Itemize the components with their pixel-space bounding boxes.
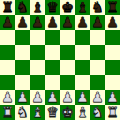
square-a3[interactable] bbox=[0, 75, 15, 90]
square-d3[interactable] bbox=[45, 75, 60, 90]
square-e8[interactable]: ♚ bbox=[60, 0, 75, 15]
square-d7[interactable]: ♟ bbox=[45, 15, 60, 30]
square-d5[interactable] bbox=[45, 45, 60, 60]
black-queen[interactable]: ♛ bbox=[46, 0, 59, 15]
white-rook[interactable]: ♜ bbox=[106, 105, 119, 120]
square-g6[interactable] bbox=[90, 30, 105, 45]
square-g1[interactable]: ♞ bbox=[90, 105, 105, 120]
square-f7[interactable]: ♟ bbox=[75, 15, 90, 30]
black-pawn[interactable]: ♟ bbox=[106, 15, 119, 30]
square-c6[interactable] bbox=[30, 30, 45, 45]
square-f6[interactable] bbox=[75, 30, 90, 45]
square-g2[interactable]: ♟ bbox=[90, 90, 105, 105]
square-c1[interactable]: ♝ bbox=[30, 105, 45, 120]
square-c5[interactable] bbox=[30, 45, 45, 60]
white-king[interactable]: ♚ bbox=[61, 105, 74, 120]
square-g7[interactable]: ♟ bbox=[90, 15, 105, 30]
square-a8[interactable]: ♜ bbox=[0, 0, 15, 15]
black-rook[interactable]: ♜ bbox=[1, 0, 14, 15]
white-rook[interactable]: ♜ bbox=[1, 105, 14, 120]
square-g5[interactable] bbox=[90, 45, 105, 60]
black-pawn[interactable]: ♟ bbox=[91, 15, 104, 30]
square-b7[interactable]: ♟ bbox=[15, 15, 30, 30]
square-b6[interactable] bbox=[15, 30, 30, 45]
square-d2[interactable]: ♟ bbox=[45, 90, 60, 105]
square-f3[interactable] bbox=[75, 75, 90, 90]
white-pawn[interactable]: ♟ bbox=[46, 90, 59, 105]
square-c4[interactable] bbox=[30, 60, 45, 75]
black-pawn[interactable]: ♟ bbox=[16, 15, 29, 30]
square-f5[interactable] bbox=[75, 45, 90, 60]
square-h1[interactable]: ♜ bbox=[105, 105, 120, 120]
square-g8[interactable]: ♞ bbox=[90, 0, 105, 15]
square-e2[interactable]: ♟ bbox=[60, 90, 75, 105]
white-queen[interactable]: ♛ bbox=[46, 105, 59, 120]
square-e3[interactable] bbox=[60, 75, 75, 90]
black-pawn[interactable]: ♟ bbox=[46, 15, 59, 30]
white-pawn[interactable]: ♟ bbox=[76, 90, 89, 105]
white-bishop[interactable]: ♝ bbox=[31, 105, 44, 120]
square-d8[interactable]: ♛ bbox=[45, 0, 60, 15]
black-rook[interactable]: ♜ bbox=[106, 0, 119, 15]
square-c3[interactable] bbox=[30, 75, 45, 90]
square-e7[interactable]: ♟ bbox=[60, 15, 75, 30]
black-pawn[interactable]: ♟ bbox=[1, 15, 14, 30]
square-h7[interactable]: ♟ bbox=[105, 15, 120, 30]
square-e4[interactable] bbox=[60, 60, 75, 75]
square-b1[interactable]: ♞ bbox=[15, 105, 30, 120]
black-bishop[interactable]: ♝ bbox=[31, 0, 44, 15]
square-g3[interactable] bbox=[90, 75, 105, 90]
square-f2[interactable]: ♟ bbox=[75, 90, 90, 105]
white-knight[interactable]: ♞ bbox=[91, 105, 104, 120]
black-knight[interactable]: ♞ bbox=[91, 0, 104, 15]
square-f4[interactable] bbox=[75, 60, 90, 75]
square-c7[interactable]: ♟ bbox=[30, 15, 45, 30]
square-h2[interactable]: ♟ bbox=[105, 90, 120, 105]
square-b8[interactable]: ♞ bbox=[15, 0, 30, 15]
black-pawn[interactable]: ♟ bbox=[31, 15, 44, 30]
square-a4[interactable] bbox=[0, 60, 15, 75]
square-a1[interactable]: ♜ bbox=[0, 105, 15, 120]
square-f1[interactable]: ♝ bbox=[75, 105, 90, 120]
white-bishop[interactable]: ♝ bbox=[76, 105, 89, 120]
square-d6[interactable] bbox=[45, 30, 60, 45]
square-b5[interactable] bbox=[15, 45, 30, 60]
square-e5[interactable] bbox=[60, 45, 75, 60]
square-b3[interactable] bbox=[15, 75, 30, 90]
square-d1[interactable]: ♛ bbox=[45, 105, 60, 120]
square-e1[interactable]: ♚ bbox=[60, 105, 75, 120]
black-knight[interactable]: ♞ bbox=[16, 0, 29, 15]
white-pawn[interactable]: ♟ bbox=[31, 90, 44, 105]
square-e6[interactable] bbox=[60, 30, 75, 45]
square-b4[interactable] bbox=[15, 60, 30, 75]
white-pawn[interactable]: ♟ bbox=[91, 90, 104, 105]
white-pawn[interactable]: ♟ bbox=[1, 90, 14, 105]
black-king[interactable]: ♚ bbox=[61, 0, 74, 15]
square-a2[interactable]: ♟ bbox=[0, 90, 15, 105]
black-pawn[interactable]: ♟ bbox=[76, 15, 89, 30]
black-pawn[interactable]: ♟ bbox=[61, 15, 74, 30]
square-c8[interactable]: ♝ bbox=[30, 0, 45, 15]
square-f8[interactable]: ♝ bbox=[75, 0, 90, 15]
square-a6[interactable] bbox=[0, 30, 15, 45]
white-pawn[interactable]: ♟ bbox=[106, 90, 119, 105]
square-h8[interactable]: ♜ bbox=[105, 0, 120, 15]
square-a7[interactable]: ♟ bbox=[0, 15, 15, 30]
square-a5[interactable] bbox=[0, 45, 15, 60]
square-g4[interactable] bbox=[90, 60, 105, 75]
square-d4[interactable] bbox=[45, 60, 60, 75]
chess-board: ♜♞♝♛♚♝♞♜♟♟♟♟♟♟♟♟♟♟♟♟♟♟♟♟♜♞♝♛♚♝♞♜ bbox=[0, 0, 120, 120]
black-bishop[interactable]: ♝ bbox=[76, 0, 89, 15]
square-h5[interactable] bbox=[105, 45, 120, 60]
white-pawn[interactable]: ♟ bbox=[61, 90, 74, 105]
square-h3[interactable] bbox=[105, 75, 120, 90]
square-c2[interactable]: ♟ bbox=[30, 90, 45, 105]
square-b2[interactable]: ♟ bbox=[15, 90, 30, 105]
white-pawn[interactable]: ♟ bbox=[16, 90, 29, 105]
square-h4[interactable] bbox=[105, 60, 120, 75]
white-knight[interactable]: ♞ bbox=[16, 105, 29, 120]
square-h6[interactable] bbox=[105, 30, 120, 45]
